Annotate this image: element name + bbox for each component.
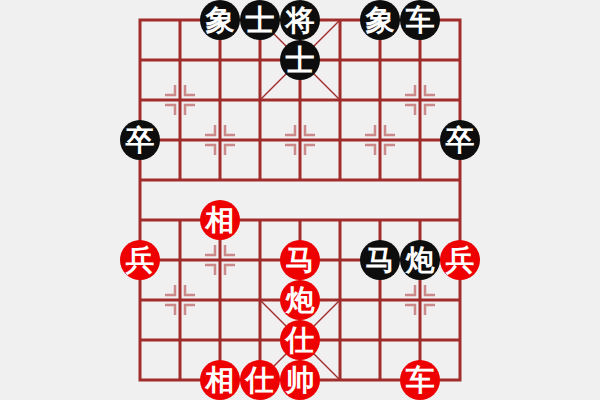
black-soldier-right[interactable]: 卒 <box>440 120 480 160</box>
red-elephant-forward[interactable]: 相 <box>200 200 240 240</box>
red-chariot[interactable]: 车 <box>400 360 440 400</box>
black-chariot[interactable]: 车 <box>400 0 440 40</box>
black-general[interactable]: 将 <box>280 0 320 40</box>
black-elephant-right[interactable]: 象 <box>360 0 400 40</box>
red-cannon[interactable]: 炮 <box>280 280 320 320</box>
red-advisor-home[interactable]: 仕 <box>240 360 280 400</box>
red-soldier-right[interactable]: 兵 <box>440 240 480 280</box>
red-horse[interactable]: 马 <box>280 240 320 280</box>
black-elephant-left[interactable]: 象 <box>200 0 240 40</box>
black-horse[interactable]: 马 <box>360 240 400 280</box>
red-soldier-left[interactable]: 兵 <box>120 240 160 280</box>
red-advisor-center[interactable]: 仕 <box>280 320 320 360</box>
red-elephant-home[interactable]: 相 <box>200 360 240 400</box>
black-advisor-left[interactable]: 士 <box>240 0 280 40</box>
red-general[interactable]: 帅 <box>280 360 320 400</box>
black-soldier-left[interactable]: 卒 <box>120 120 160 160</box>
black-cannon[interactable]: 炮 <box>400 240 440 280</box>
black-advisor-center[interactable]: 士 <box>280 40 320 80</box>
xiangqi-board[interactable]: 象士将象车士卒卒马炮相兵马兵炮仕相仕帅车 <box>0 0 600 400</box>
